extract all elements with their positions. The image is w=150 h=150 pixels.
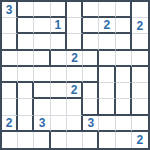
cell-r7c1[interactable]: [18, 116, 34, 132]
cell-r8c2[interactable]: [34, 132, 50, 148]
cell-r5c4[interactable]: 2: [67, 83, 83, 99]
cell-r7c5[interactable]: 3: [83, 116, 99, 132]
cell-r1c3[interactable]: 1: [51, 18, 67, 34]
cell-r0c8[interactable]: [132, 2, 148, 18]
cell-r7c7[interactable]: [116, 116, 132, 132]
cell-r8c5[interactable]: [83, 132, 99, 148]
cell-r7c6[interactable]: [99, 116, 115, 132]
cell-r0c4[interactable]: [67, 2, 83, 18]
cell-r5c6[interactable]: [99, 83, 115, 99]
cell-r0c1[interactable]: [18, 2, 34, 18]
cell-r6c5[interactable]: [83, 99, 99, 115]
cell-r6c1[interactable]: [18, 99, 34, 115]
cell-r7c3[interactable]: [51, 116, 67, 132]
cell-r4c2[interactable]: [34, 67, 50, 83]
cell-r1c8[interactable]: 2: [132, 18, 148, 34]
cell-r2c8[interactable]: [132, 34, 148, 50]
cell-r6c0[interactable]: [2, 99, 18, 115]
cell-r5c0[interactable]: [2, 83, 18, 99]
cell-r5c7[interactable]: [116, 83, 132, 99]
cell-r0c5[interactable]: [83, 2, 99, 18]
cell-r1c0[interactable]: [2, 18, 18, 34]
cell-r2c7[interactable]: [116, 34, 132, 50]
given-digit: 2: [6, 116, 13, 128]
cell-r7c8[interactable]: [132, 116, 148, 132]
cell-r3c5[interactable]: [83, 51, 99, 67]
cell-r2c2[interactable]: [34, 34, 50, 50]
puzzle-board: 3122222332: [0, 0, 150, 150]
cell-r2c4[interactable]: [67, 34, 83, 50]
given-digit: 2: [137, 19, 144, 31]
cell-r8c7[interactable]: [116, 132, 132, 148]
given-digit: 2: [137, 133, 144, 145]
cell-r3c6[interactable]: [99, 51, 115, 67]
cell-r8c6[interactable]: [99, 132, 115, 148]
cell-r5c2[interactable]: [34, 83, 50, 99]
cell-r4c5[interactable]: [83, 67, 99, 83]
cell-r5c5[interactable]: [83, 83, 99, 99]
cell-r7c2[interactable]: 3: [34, 116, 50, 132]
cell-r7c0[interactable]: 2: [2, 116, 18, 132]
cell-r6c2[interactable]: [34, 99, 50, 115]
cell-r3c7[interactable]: [116, 51, 132, 67]
cell-r0c7[interactable]: [116, 2, 132, 18]
given-digit: 2: [71, 84, 78, 96]
given-digit: 3: [87, 116, 94, 128]
cell-r4c7[interactable]: [116, 67, 132, 83]
cell-r6c8[interactable]: [132, 99, 148, 115]
cell-r3c2[interactable]: [34, 51, 50, 67]
cell-r0c0[interactable]: 3: [2, 2, 18, 18]
cell-r6c6[interactable]: [99, 99, 115, 115]
cell-r5c8[interactable]: [132, 83, 148, 99]
cell-r2c6[interactable]: [99, 34, 115, 50]
cell-r8c0[interactable]: [2, 132, 18, 148]
cell-r7c4[interactable]: [67, 116, 83, 132]
cell-r3c3[interactable]: [51, 51, 67, 67]
cell-r8c1[interactable]: [18, 132, 34, 148]
cell-r6c4[interactable]: [67, 99, 83, 115]
cell-r6c3[interactable]: [51, 99, 67, 115]
cell-r4c1[interactable]: [18, 67, 34, 83]
cell-r8c3[interactable]: [51, 132, 67, 148]
cell-r1c6[interactable]: 2: [99, 18, 115, 34]
cell-r5c1[interactable]: [18, 83, 34, 99]
cell-r2c0[interactable]: [2, 34, 18, 50]
cell-r2c1[interactable]: [18, 34, 34, 50]
cell-r1c7[interactable]: [116, 18, 132, 34]
cell-r8c8[interactable]: 2: [132, 132, 148, 148]
cell-r3c8[interactable]: [132, 51, 148, 67]
cell-r4c8[interactable]: [132, 67, 148, 83]
given-digit: 1: [54, 19, 61, 31]
given-digit: 3: [6, 3, 13, 15]
cell-r1c5[interactable]: [83, 18, 99, 34]
cell-r6c7[interactable]: [116, 99, 132, 115]
cell-r1c2[interactable]: [34, 18, 50, 34]
cell-r3c0[interactable]: [2, 51, 18, 67]
cell-r0c3[interactable]: [51, 2, 67, 18]
cell-r8c4[interactable]: [67, 132, 83, 148]
cell-r3c4[interactable]: 2: [67, 51, 83, 67]
cell-r0c2[interactable]: [34, 2, 50, 18]
cell-r2c5[interactable]: [83, 34, 99, 50]
cell-r4c6[interactable]: [99, 67, 115, 83]
given-digit: 3: [39, 116, 46, 128]
cell-r0c6[interactable]: [99, 2, 115, 18]
cell-r4c0[interactable]: [2, 67, 18, 83]
given-digit: 2: [104, 19, 111, 31]
cell-r4c4[interactable]: [67, 67, 83, 83]
given-digit: 2: [71, 51, 78, 63]
cell-r4c3[interactable]: [51, 67, 67, 83]
cell-r1c1[interactable]: [18, 18, 34, 34]
cell-r1c4[interactable]: [67, 18, 83, 34]
cell-r5c3[interactable]: [51, 83, 67, 99]
cell-r2c3[interactable]: [51, 34, 67, 50]
cell-r3c1[interactable]: [18, 51, 34, 67]
